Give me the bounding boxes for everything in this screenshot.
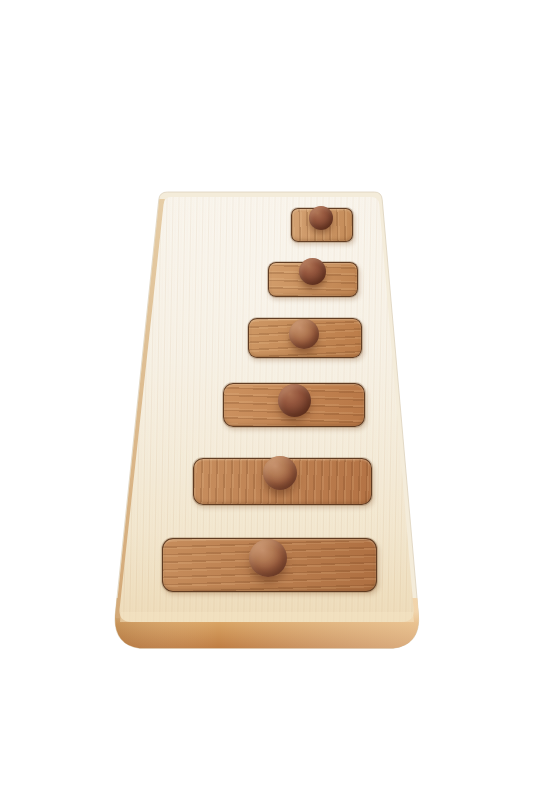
photo-stage: Wooden knob puzzle board with six gradua…	[0, 0, 540, 810]
piece-knob-3[interactable]	[289, 319, 319, 349]
puzzle-piece-2[interactable]	[268, 262, 358, 297]
piece-knob-5[interactable]	[263, 456, 297, 490]
puzzle-piece-5[interactable]	[193, 458, 372, 505]
piece-knob-6[interactable]	[249, 539, 287, 577]
puzzle-piece-3[interactable]	[248, 318, 362, 358]
puzzle-piece-1[interactable]	[291, 208, 353, 242]
puzzle-piece-4[interactable]	[223, 383, 365, 427]
piece-knob-2[interactable]	[299, 258, 326, 285]
puzzle-piece-6[interactable]	[162, 538, 377, 592]
piece-knob-1[interactable]	[309, 206, 333, 230]
piece-knob-4[interactable]	[278, 384, 311, 417]
pieces-layer	[0, 0, 540, 810]
